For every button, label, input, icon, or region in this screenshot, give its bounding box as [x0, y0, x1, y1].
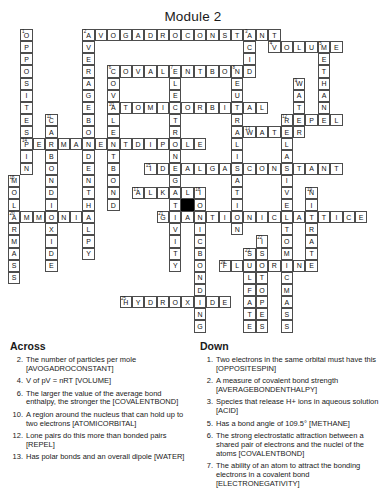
grid-cell[interactable]: N	[194, 308, 206, 320]
grid-cell[interactable]: I	[194, 296, 206, 308]
grid-cell[interactable]: B	[107, 163, 119, 175]
cell-letter: I	[249, 56, 251, 63]
grid-cell[interactable]: C	[343, 211, 355, 223]
grid-cell[interactable]: N	[206, 29, 218, 41]
grid-cell[interactable]: T	[268, 126, 280, 138]
grid-cell[interactable]: T	[169, 199, 181, 211]
grid-cell[interactable]: R	[293, 126, 305, 138]
grid-cell[interactable]: S	[8, 260, 20, 272]
grid-cell[interactable]: O	[219, 65, 231, 77]
grid-cell[interactable]: 11C	[45, 114, 57, 126]
grid-cell[interactable]: I	[231, 199, 243, 211]
grid-cell[interactable]: N	[243, 211, 255, 223]
grid-cell[interactable]: D	[243, 65, 255, 77]
grid-cell[interactable]: T	[293, 102, 305, 114]
grid-cell[interactable]: A	[132, 29, 144, 41]
grid-cell[interactable]: O	[281, 235, 293, 247]
grid-cell[interactable]: A	[45, 126, 57, 138]
cell-letter: N	[210, 32, 215, 39]
grid-cell[interactable]: N	[194, 211, 206, 223]
grid-cell[interactable]: A	[305, 163, 317, 175]
grid-cell[interactable]: N	[268, 163, 280, 175]
grid-cell[interactable]: A	[82, 211, 94, 223]
grid-cell[interactable]: L	[256, 102, 268, 114]
grid-cell[interactable]: N	[82, 175, 94, 187]
grid-cell[interactable]: U	[243, 260, 255, 272]
grid-cell[interactable]: N	[318, 163, 330, 175]
grid-cell[interactable]: S	[281, 163, 293, 175]
grid-cell[interactable]: B	[45, 150, 57, 162]
cell-letter: A	[322, 92, 327, 99]
grid-cell[interactable]: 7E	[169, 65, 181, 77]
grid-cell[interactable]: I	[70, 211, 82, 223]
grid-cell[interactable]: U	[231, 90, 243, 102]
grid-cell[interactable]: S	[281, 308, 293, 320]
grid-cell[interactable]: 24F	[219, 260, 231, 272]
grid-cell[interactable]: T	[330, 163, 342, 175]
clue-item-text: A measure of covalent bond strength [AVE…	[216, 377, 380, 395]
grid-cell[interactable]: R	[82, 65, 94, 77]
grid-cell[interactable]: 25H	[120, 296, 132, 308]
grid-cell[interactable]: E	[169, 90, 181, 102]
clue-item-text: The ability of an atom to attract the bo…	[216, 462, 380, 489]
grid-cell[interactable]: N	[169, 150, 181, 162]
grid-cell[interactable]: T	[293, 163, 305, 175]
grid-cell[interactable]: X	[181, 296, 193, 308]
grid-cell[interactable]: 1O	[20, 29, 32, 41]
grid-cell[interactable]: A	[181, 211, 193, 223]
grid-cell[interactable]: O	[169, 296, 181, 308]
grid-cell[interactable]: I	[20, 90, 32, 102]
grid-cell[interactable]: R	[305, 223, 317, 235]
cell-letter: C	[198, 238, 203, 245]
grid-cell[interactable]: V	[132, 65, 144, 77]
clue-number: 1	[22, 30, 25, 35]
grid-cell[interactable]: S	[256, 320, 268, 332]
grid-cell[interactable]: A	[243, 102, 255, 114]
grid-cell[interactable]: N	[181, 65, 193, 77]
grid-cell[interactable]: N	[20, 163, 32, 175]
grid-cell[interactable]: M	[281, 284, 293, 296]
grid-cell[interactable]: I	[144, 138, 156, 150]
grid-cell[interactable]: N	[107, 187, 119, 199]
grid-cell[interactable]: A	[243, 296, 255, 308]
grid-cell[interactable]: L	[231, 138, 243, 150]
grid-cell[interactable]: P	[20, 41, 32, 53]
cell-letter: O	[24, 32, 29, 39]
grid-cell[interactable]: E	[318, 114, 330, 126]
grid-cell[interactable]: O	[281, 41, 293, 53]
cell-letter: O	[111, 32, 116, 39]
grid-cell[interactable]: 23S	[243, 248, 255, 260]
grid-cell[interactable]: L	[144, 187, 156, 199]
clue-item: 13.Has polar bonds and an overall dipole…	[10, 453, 192, 462]
grid-cell[interactable]: S	[8, 272, 20, 284]
grid-cell[interactable]: B	[206, 102, 218, 114]
grid-cell[interactable]: R	[194, 102, 206, 114]
grid-cell[interactable]: O	[194, 29, 206, 41]
grid-cell[interactable]: C	[281, 272, 293, 284]
grid-cell[interactable]: E	[33, 138, 45, 150]
grid-cell[interactable]: S	[20, 126, 32, 138]
grid-cell[interactable]: A	[70, 138, 82, 150]
grid-cell[interactable]: D	[206, 296, 218, 308]
grid-cell[interactable]: G	[206, 163, 218, 175]
grid-cell[interactable]: 14P	[20, 138, 32, 150]
grid-cell[interactable]: E	[256, 308, 268, 320]
grid-cell[interactable]: T	[120, 102, 132, 114]
grid-cell[interactable]: E	[219, 296, 231, 308]
across-header: Across	[10, 340, 192, 352]
grid-cell[interactable]: R	[45, 138, 57, 150]
cell-letter: R	[160, 299, 165, 306]
grid-cell[interactable]: E	[95, 138, 107, 150]
grid-cell[interactable]: M	[8, 235, 20, 247]
grid-cell[interactable]: 10A	[107, 102, 119, 114]
grid-cell[interactable]: D	[157, 163, 169, 175]
grid-cell[interactable]: I	[45, 235, 57, 247]
grid-cell[interactable]: T	[305, 248, 317, 260]
grid-cell[interactable]: R	[169, 126, 181, 138]
clue-item-number: 1.	[200, 356, 216, 374]
grid-cell[interactable]: T	[169, 248, 181, 260]
grid-cell[interactable]: L	[107, 114, 119, 126]
grid-cell[interactable]: 6C	[107, 65, 119, 77]
grid-cell[interactable]: E	[281, 199, 293, 211]
grid-cell[interactable]: I	[194, 223, 206, 235]
grid-cell[interactable]: I	[305, 199, 317, 211]
grid-cell[interactable]: O	[169, 29, 181, 41]
grid-cell[interactable]: K	[157, 187, 169, 199]
grid-cell[interactable]: I	[281, 260, 293, 272]
grid-cell[interactable]: E	[82, 53, 94, 65]
grid-cell[interactable]: I	[169, 235, 181, 247]
grid-cell[interactable]: T	[318, 65, 330, 77]
grid-cell[interactable]: 19N	[305, 187, 317, 199]
grid-cell[interactable]: L	[82, 223, 94, 235]
grid-cell[interactable]: A	[293, 211, 305, 223]
grid-cell[interactable]: R	[157, 29, 169, 41]
grid-cell[interactable]: P	[20, 53, 32, 65]
grid-cell[interactable]: E	[318, 53, 330, 65]
grid-cell[interactable]: C	[243, 163, 255, 175]
grid-cell[interactable]: T	[20, 102, 32, 114]
grid-cell[interactable]: E	[82, 102, 94, 114]
grid-cell[interactable]: L	[281, 138, 293, 150]
grid-cell[interactable]: V	[281, 187, 293, 199]
grid-cell[interactable]: O	[194, 260, 206, 272]
grid-cell[interactable]: M	[144, 102, 156, 114]
grid-cell[interactable]: L	[181, 187, 193, 199]
grid-cell[interactable]: T	[231, 29, 243, 41]
grid-cell[interactable]: 2A	[82, 29, 94, 41]
cell-letter: F	[247, 287, 251, 294]
grid-cell[interactable]: D	[144, 29, 156, 41]
cell-letter: P	[260, 299, 265, 306]
grid-cell[interactable]: S	[219, 29, 231, 41]
cell-letter: I	[224, 214, 226, 221]
grid-cell[interactable]: I	[157, 102, 169, 114]
grid-cell[interactable]: D	[144, 296, 156, 308]
grid-cell[interactable]: L	[169, 78, 181, 90]
cell-letter: D	[247, 68, 252, 75]
grid-cell[interactable]: O	[20, 65, 32, 77]
grid-cell[interactable]: Y	[82, 248, 94, 260]
grid-cell[interactable]: A	[305, 235, 317, 247]
grid-cell[interactable]: V	[169, 223, 181, 235]
grid-cell[interactable]: S	[256, 248, 268, 260]
grid-cell[interactable]: O	[256, 284, 268, 296]
grid-cell[interactable]: 20A	[8, 211, 20, 223]
grid-cell[interactable]: B	[194, 248, 206, 260]
clue-number: 2	[84, 30, 87, 35]
grid-cell[interactable]: O	[181, 102, 193, 114]
grid-cell[interactable]: 17A	[132, 187, 144, 199]
grid-cell[interactable]: I	[231, 150, 243, 162]
grid-cell[interactable]: 9W	[293, 78, 305, 90]
cell-letter: A	[235, 177, 240, 184]
grid-cell[interactable]: 13W	[243, 126, 255, 138]
grid-cell[interactable]: P	[157, 138, 169, 150]
grid-cell[interactable]: H	[318, 78, 330, 90]
grid-cell[interactable]: A	[256, 126, 268, 138]
cell-letter: H	[321, 80, 326, 87]
cell-letter: O	[111, 80, 116, 87]
grid-cell[interactable]: C	[169, 102, 181, 114]
grid-cell[interactable]: O	[194, 199, 206, 211]
grid-cell[interactable]: T	[194, 65, 206, 77]
grid-cell[interactable]: A	[318, 90, 330, 102]
grid-cell[interactable]: N	[58, 211, 70, 223]
cell-letter: M	[61, 141, 67, 148]
grid-cell[interactable]: G	[194, 320, 206, 332]
grid-cell[interactable]: D	[132, 138, 144, 150]
grid-cell[interactable]: O	[45, 163, 57, 175]
grid-cell[interactable]: E	[305, 260, 317, 272]
grid-cell[interactable]: A	[219, 163, 231, 175]
grid-cell[interactable]: I	[20, 150, 32, 162]
grid-cell[interactable]: S	[281, 320, 293, 332]
grid-cell[interactable]: L	[157, 65, 169, 77]
grid-cell[interactable]: I	[281, 175, 293, 187]
clue-number: 5	[319, 42, 322, 47]
grid-cell[interactable]: 5M	[318, 41, 330, 53]
grid-cell[interactable]: A	[281, 150, 293, 162]
grid-cell[interactable]: L	[194, 163, 206, 175]
grid-cell[interactable]: E	[20, 114, 32, 126]
grid-cell[interactable]: I	[219, 211, 231, 223]
grid-cell[interactable]: A	[144, 65, 156, 77]
grid-cell[interactable]: V	[95, 29, 107, 41]
grid-cell[interactable]: I	[45, 199, 57, 211]
grid-cell[interactable]: T	[243, 308, 255, 320]
grid-cell[interactable]: T	[82, 187, 94, 199]
grid-cell[interactable]: G	[169, 175, 181, 187]
grid-cell[interactable]: O	[256, 163, 268, 175]
cell-letter: E	[334, 44, 339, 51]
cell-letter: E	[297, 117, 302, 124]
grid-cell[interactable]: O	[8, 187, 20, 199]
grid-cell[interactable]: E	[107, 126, 119, 138]
grid-cell[interactable]: L	[330, 114, 342, 126]
cell-letter: D	[198, 287, 203, 294]
grid-cell[interactable]: L	[181, 138, 193, 150]
grid-cell[interactable]: E	[231, 78, 243, 90]
grid-cell[interactable]: T	[206, 211, 218, 223]
grid-cell[interactable]: O	[107, 29, 119, 41]
grid-cell[interactable]: N	[318, 102, 330, 114]
grid-cell[interactable]: 8N	[231, 65, 243, 77]
grid-cell[interactable]: Y	[132, 296, 144, 308]
grid-cell[interactable]: L	[293, 41, 305, 53]
grid-cell[interactable]: L	[8, 199, 20, 211]
grid-cell[interactable]: N	[107, 138, 119, 150]
grid-cell[interactable]: P	[256, 296, 268, 308]
grid-cell[interactable]: R	[231, 114, 243, 126]
grid-cell[interactable]: O	[82, 126, 94, 138]
clue-item-text: Species that release H+ ions in aqueous …	[216, 398, 380, 416]
grid-cell[interactable]: R	[268, 260, 280, 272]
grid-cell[interactable]: Y	[169, 260, 181, 272]
grid-cell[interactable]: N	[293, 260, 305, 272]
grid-cell[interactable]: O	[256, 260, 268, 272]
grid-cell[interactable]: 21G	[157, 211, 169, 223]
grid-cell[interactable]: O	[107, 175, 119, 187]
grid-cell[interactable]: E	[243, 320, 255, 332]
grid-cell[interactable]: C	[243, 41, 255, 53]
grid-cell[interactable]: E	[293, 114, 305, 126]
grid-cell[interactable]: E	[45, 260, 57, 272]
clue-number: 23	[245, 249, 250, 254]
cell-letter: S	[260, 250, 265, 257]
grid-cell[interactable]: N	[231, 223, 243, 235]
cell-letter: T	[285, 226, 289, 233]
cell-letter: T	[272, 32, 276, 39]
grid-cell[interactable]: 16M	[8, 175, 20, 187]
grid-cell[interactable]: T	[169, 114, 181, 126]
grid-cell[interactable]: A	[169, 187, 181, 199]
grid-cell[interactable]: O	[45, 211, 57, 223]
grid-cell[interactable]: T	[318, 211, 330, 223]
grid-cell[interactable]: X	[45, 223, 57, 235]
grid-cell[interactable]: I	[219, 102, 231, 114]
grid-cell[interactable]: C	[268, 211, 280, 223]
grid-cell[interactable]: I	[243, 53, 255, 65]
grid-cell[interactable]: E	[82, 163, 94, 175]
grid-cell[interactable]: M	[58, 138, 70, 150]
grid-cell[interactable]: A	[181, 163, 193, 175]
grid-cell[interactable]: E	[330, 41, 342, 53]
grid-cell[interactable]: B	[82, 114, 94, 126]
grid-cell[interactable]: F	[243, 284, 255, 296]
grid-cell[interactable]: U	[305, 41, 317, 53]
grid-cell[interactable]: I	[256, 211, 268, 223]
grid-cell[interactable]: D	[107, 199, 119, 211]
clue-item-text: Lone pairs do this more than bonded pair…	[26, 432, 192, 450]
grid-cell[interactable]: R	[8, 223, 20, 235]
grid-cell[interactable]: T	[231, 187, 243, 199]
grid-cell[interactable]: O	[107, 78, 119, 90]
grid-cell[interactable]: I	[330, 211, 342, 223]
grid-cell[interactable]: S	[20, 78, 32, 90]
grid-cell[interactable]: G	[120, 29, 132, 41]
grid-cell[interactable]: O	[120, 65, 132, 77]
grid-cell[interactable]: B	[206, 65, 218, 77]
grid-cell[interactable]: L	[281, 211, 293, 223]
grid-cell[interactable]: L	[243, 272, 255, 284]
grid-cell[interactable]: O	[132, 102, 144, 114]
grid-cell[interactable]: C	[194, 235, 206, 247]
clue-item-number: 2.	[10, 356, 26, 374]
grid-cell[interactable]: 22I	[256, 235, 268, 247]
grid-cell[interactable]: A	[231, 126, 243, 138]
grid-cell[interactable]: T	[107, 150, 119, 162]
grid-cell[interactable]: E	[194, 138, 206, 150]
grid-cell[interactable]: 3A	[243, 29, 255, 41]
grid-cell[interactable]: P	[82, 235, 94, 247]
grid-cell[interactable]: T	[305, 211, 317, 223]
grid-cell[interactable]: E	[281, 126, 293, 138]
cell-letter: I	[286, 262, 288, 269]
grid-cell[interactable]: V	[82, 41, 94, 53]
grid-cell[interactable]: P	[305, 114, 317, 126]
grid-cell[interactable]: G	[82, 90, 94, 102]
grid-cell[interactable]: D	[45, 248, 57, 260]
grid-cell[interactable]: T	[256, 272, 268, 284]
grid-cell[interactable]: 4V	[268, 41, 280, 53]
grid-cell[interactable]: D	[45, 187, 57, 199]
grid-cell[interactable]: D	[82, 150, 94, 162]
grid-cell[interactable]: A	[293, 90, 305, 102]
grid-cell[interactable]: L	[231, 260, 243, 272]
grid-cell[interactable]: S	[231, 163, 243, 175]
grid-cell[interactable]: E	[169, 163, 181, 175]
grid-cell[interactable]: N	[45, 175, 57, 187]
grid-cell[interactable]: O	[231, 211, 243, 223]
grid-cell[interactable]: R	[157, 296, 169, 308]
grid-cell[interactable]: M	[33, 211, 45, 223]
clue-item-text: Two electrons in the same orbital must h…	[216, 356, 380, 374]
cell-letter: V	[272, 44, 277, 51]
grid-cell[interactable]: N	[82, 138, 94, 150]
grid-cell[interactable]: C	[181, 29, 193, 41]
grid-cell[interactable]: O	[169, 138, 181, 150]
grid-cell[interactable]: A	[231, 175, 243, 187]
grid-cell[interactable]: 15I	[144, 163, 156, 175]
grid-cell[interactable]: E	[355, 211, 367, 223]
grid-cell[interactable]: M	[20, 211, 32, 223]
grid-cell[interactable]: M	[281, 248, 293, 260]
grid-cell[interactable]: H	[82, 199, 94, 211]
grid-cell[interactable]: T	[120, 138, 132, 150]
grid-cell[interactable]: T	[281, 223, 293, 235]
grid-cell[interactable]: T	[268, 29, 280, 41]
grid-cell[interactable]: V	[107, 90, 119, 102]
grid-cell[interactable]: D	[194, 284, 206, 296]
cell-letter: C	[272, 214, 277, 221]
grid-cell[interactable]: N	[194, 272, 206, 284]
cell-letter: M	[148, 104, 154, 111]
grid-cell[interactable]: A	[8, 248, 20, 260]
grid-cell[interactable]: T	[231, 102, 243, 114]
grid-cell[interactable]: 12R	[281, 114, 293, 126]
grid-cell[interactable]: 18I	[194, 187, 206, 199]
grid-cell[interactable]: I	[169, 211, 181, 223]
cell-letter: G	[123, 32, 128, 39]
grid-cell[interactable]: A	[82, 78, 94, 90]
grid-cell[interactable]: A	[281, 296, 293, 308]
grid-cell[interactable]: N	[256, 29, 268, 41]
